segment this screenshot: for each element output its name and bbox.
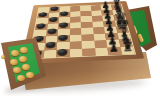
square-d2: [69, 41, 82, 49]
square-h1: ♜: [120, 46, 135, 54]
dark-checker-c7: [60, 11, 68, 15]
square-d1: [69, 48, 82, 56]
square-e1: [82, 48, 95, 56]
dark-checker-b4: [47, 29, 57, 34]
natural-checker-stacked: [17, 75, 25, 81]
dark-checker-a5: [36, 23, 46, 28]
natural-checker-stacked: [13, 67, 21, 73]
dark-checker-a7: [39, 12, 48, 17]
dark-checker-c3: [58, 35, 68, 41]
product-photo-chess-checkers-box-set: ♟♜♟♞♟♝♟♛♟♚♟♝♟♞♟♜: [0, 0, 160, 96]
dark-checker-c5: [59, 22, 68, 27]
natural-checker-stacked: [11, 50, 19, 56]
dark-checker-c1: [57, 49, 67, 55]
natural-checker-stacked: [26, 72, 34, 78]
square-b2: [44, 42, 57, 50]
square-c1: [56, 49, 69, 57]
black-rook-h1: ♜: [116, 41, 140, 55]
natural-checker-stacked: [22, 64, 30, 70]
natural-checker-stacked: [20, 47, 28, 53]
dark-checker-b2: [45, 42, 55, 48]
dark-checker-b6: [49, 17, 58, 22]
natural-checker-stacked: [19, 56, 27, 62]
square-b1: [43, 50, 57, 58]
chessboard-8x8-grid: ♟♜♟♞♟♝♟♛♟♚♟♝♟♞♟♜: [28, 4, 136, 59]
dark-checker-b8: [50, 7, 58, 11]
drawer-brass-knob: [1, 55, 5, 59]
natural-checker-stacked: [10, 59, 18, 65]
square-a5: [35, 23, 47, 30]
